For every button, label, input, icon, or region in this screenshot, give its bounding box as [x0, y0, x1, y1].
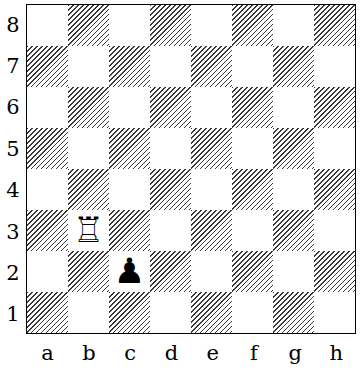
square-c7[interactable]	[109, 46, 150, 87]
square-f1[interactable]	[232, 292, 273, 333]
square-d5[interactable]	[150, 128, 191, 169]
square-b8[interactable]	[68, 5, 109, 46]
square-h4[interactable]	[314, 169, 355, 210]
square-e6[interactable]	[191, 87, 232, 128]
file-label-f: f	[233, 338, 274, 368]
square-f6[interactable]	[232, 87, 273, 128]
square-g6[interactable]	[273, 87, 314, 128]
square-b4[interactable]	[68, 169, 109, 210]
rank-label-1: 1	[0, 294, 26, 335]
square-e1[interactable]	[191, 292, 232, 333]
square-h8[interactable]	[314, 5, 355, 46]
square-f7[interactable]	[232, 46, 273, 87]
square-d6[interactable]	[150, 87, 191, 128]
rank-label-5: 5	[0, 128, 26, 169]
square-g5[interactable]	[273, 128, 314, 169]
square-a6[interactable]	[27, 87, 68, 128]
square-g2[interactable]	[273, 251, 314, 292]
square-c4[interactable]	[109, 169, 150, 210]
file-labels: abcdefgh	[27, 338, 357, 368]
square-c8[interactable]	[109, 5, 150, 46]
file-label-g: g	[275, 338, 316, 368]
square-g8[interactable]	[273, 5, 314, 46]
square-f5[interactable]	[232, 128, 273, 169]
rank-label-8: 8	[0, 4, 26, 45]
file-label-c: c	[110, 338, 151, 368]
square-h6[interactable]	[314, 87, 355, 128]
rank-label-7: 7	[0, 45, 26, 86]
square-b3[interactable]: ♖	[68, 210, 109, 251]
square-a8[interactable]	[27, 5, 68, 46]
square-a5[interactable]	[27, 128, 68, 169]
rank-labels: 87654321	[0, 4, 26, 335]
rank-label-3: 3	[0, 211, 26, 252]
square-c3[interactable]	[109, 210, 150, 251]
square-c2[interactable]: ♟	[109, 251, 150, 292]
white-rook[interactable]: ♖	[73, 213, 104, 248]
square-f2[interactable]	[232, 251, 273, 292]
square-a4[interactable]	[27, 169, 68, 210]
square-b7[interactable]	[68, 46, 109, 87]
square-c6[interactable]	[109, 87, 150, 128]
square-h3[interactable]	[314, 210, 355, 251]
rank-label-4: 4	[0, 170, 26, 211]
square-a2[interactable]	[27, 251, 68, 292]
square-b1[interactable]	[68, 292, 109, 333]
file-label-e: e	[192, 338, 233, 368]
square-e2[interactable]	[191, 251, 232, 292]
square-c1[interactable]	[109, 292, 150, 333]
square-a3[interactable]	[27, 210, 68, 251]
square-h5[interactable]	[314, 128, 355, 169]
square-e3[interactable]	[191, 210, 232, 251]
square-b6[interactable]	[68, 87, 109, 128]
square-a1[interactable]	[27, 292, 68, 333]
file-label-h: h	[316, 338, 357, 368]
square-b2[interactable]	[68, 251, 109, 292]
square-e4[interactable]	[191, 169, 232, 210]
square-f4[interactable]	[232, 169, 273, 210]
square-d3[interactable]	[150, 210, 191, 251]
square-g1[interactable]	[273, 292, 314, 333]
rank-label-6: 6	[0, 87, 26, 128]
square-e5[interactable]	[191, 128, 232, 169]
square-d8[interactable]	[150, 5, 191, 46]
chess-board: ♖♟	[26, 4, 356, 334]
square-e8[interactable]	[191, 5, 232, 46]
square-d7[interactable]	[150, 46, 191, 87]
square-f3[interactable]	[232, 210, 273, 251]
square-e7[interactable]	[191, 46, 232, 87]
file-label-b: b	[68, 338, 109, 368]
square-h2[interactable]	[314, 251, 355, 292]
rank-label-2: 2	[0, 252, 26, 293]
chess-diagram: 87654321 ♖♟ abcdefgh	[0, 0, 360, 377]
square-d2[interactable]	[150, 251, 191, 292]
black-pawn[interactable]: ♟	[114, 254, 145, 289]
square-h1[interactable]	[314, 292, 355, 333]
square-g3[interactable]	[273, 210, 314, 251]
square-b5[interactable]	[68, 128, 109, 169]
square-f8[interactable]	[232, 5, 273, 46]
square-c5[interactable]	[109, 128, 150, 169]
file-label-d: d	[151, 338, 192, 368]
square-d4[interactable]	[150, 169, 191, 210]
square-h7[interactable]	[314, 46, 355, 87]
square-d1[interactable]	[150, 292, 191, 333]
square-g7[interactable]	[273, 46, 314, 87]
square-g4[interactable]	[273, 169, 314, 210]
square-a7[interactable]	[27, 46, 68, 87]
file-label-a: a	[27, 338, 68, 368]
